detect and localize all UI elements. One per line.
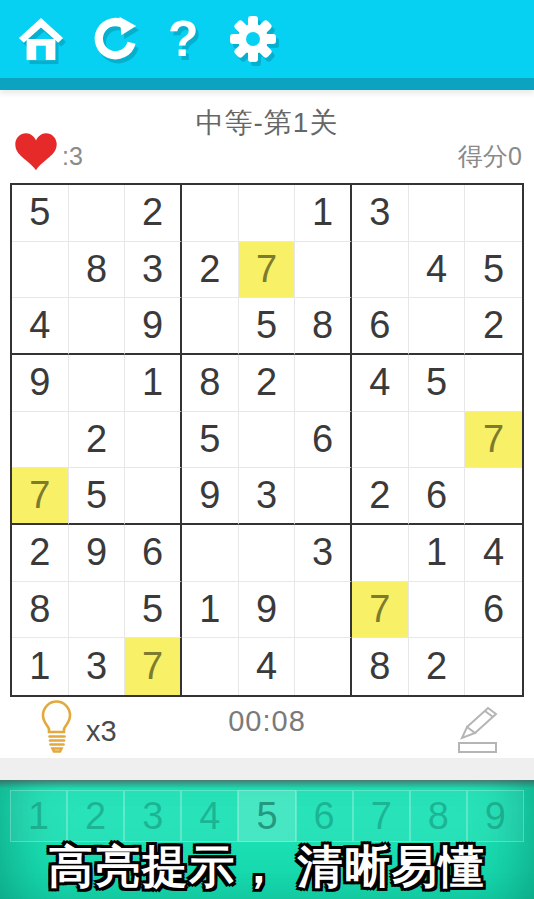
cell-r5c4[interactable]: 5 — [182, 412, 239, 469]
cell-r3c6[interactable]: 8 — [295, 298, 352, 355]
app-screen: ? 中等-第1关 :3 得分0 — [0, 0, 534, 899]
cell-r6c3[interactable] — [125, 468, 182, 525]
cell-r5c3[interactable] — [125, 412, 182, 469]
toolbar-bottom-strip — [0, 78, 534, 90]
cell-r7c8[interactable]: 1 — [409, 525, 466, 582]
cell-r9c7[interactable]: 8 — [352, 638, 409, 695]
cell-r2c4[interactable]: 2 — [182, 242, 239, 299]
cell-r1c9[interactable] — [465, 185, 522, 242]
numpad-8: 8 — [410, 790, 467, 842]
cell-r6c4[interactable]: 9 — [182, 468, 239, 525]
numpad-7: 7 — [353, 790, 410, 842]
footer-gap — [0, 758, 534, 780]
cell-r2c2[interactable]: 8 — [69, 242, 126, 299]
cell-r8c3[interactable]: 5 — [125, 582, 182, 639]
cell-r4c8[interactable]: 5 — [409, 355, 466, 412]
cell-r4c4[interactable]: 8 — [182, 355, 239, 412]
cell-r4c9[interactable] — [465, 355, 522, 412]
heart-icon — [14, 132, 58, 172]
cell-r3c9[interactable]: 2 — [465, 298, 522, 355]
pencil-icon — [452, 701, 502, 755]
cell-r3c8[interactable] — [409, 298, 466, 355]
cell-r3c4[interactable] — [182, 298, 239, 355]
cell-r5c9[interactable]: 7 — [465, 412, 522, 469]
cell-r6c6[interactable] — [295, 468, 352, 525]
home-button[interactable] — [18, 16, 64, 62]
cell-r4c3[interactable]: 1 — [125, 355, 182, 412]
cell-r7c7[interactable] — [352, 525, 409, 582]
cell-r5c5[interactable] — [239, 412, 296, 469]
home-icon — [18, 16, 64, 62]
cell-r3c2[interactable] — [69, 298, 126, 355]
cell-r9c4[interactable] — [182, 638, 239, 695]
cell-r9c8[interactable]: 2 — [409, 638, 466, 695]
cell-r9c3[interactable]: 7 — [125, 638, 182, 695]
cell-r8c4[interactable]: 1 — [182, 582, 239, 639]
cell-r1c3[interactable]: 2 — [125, 185, 182, 242]
cell-r6c5[interactable]: 3 — [239, 468, 296, 525]
gear-icon — [229, 15, 277, 63]
cell-r2c3[interactable]: 3 — [125, 242, 182, 299]
cell-r3c1[interactable]: 4 — [12, 298, 69, 355]
lives-count: :3 — [62, 142, 83, 171]
cell-r2c1[interactable] — [12, 242, 69, 299]
cell-r8c2[interactable] — [69, 582, 126, 639]
cell-r2c8[interactable]: 4 — [409, 242, 466, 299]
cell-r1c5[interactable] — [239, 185, 296, 242]
cell-r7c5[interactable] — [239, 525, 296, 582]
restart-icon — [90, 15, 138, 63]
cell-r9c6[interactable] — [295, 638, 352, 695]
cell-r1c7[interactable]: 3 — [352, 185, 409, 242]
cell-r1c1[interactable]: 5 — [12, 185, 69, 242]
cell-r7c9[interactable]: 4 — [465, 525, 522, 582]
cell-r5c8[interactable] — [409, 412, 466, 469]
help-button[interactable]: ? — [164, 14, 203, 64]
sudoku-board: 5213832745495862918245256775932629631485… — [10, 183, 524, 697]
score-label: 得分0 — [458, 140, 522, 173]
cell-r1c6[interactable]: 1 — [295, 185, 352, 242]
cell-r4c5[interactable]: 2 — [239, 355, 296, 412]
cell-r6c7[interactable]: 2 — [352, 468, 409, 525]
cell-r4c7[interactable]: 4 — [352, 355, 409, 412]
cell-r5c2[interactable]: 2 — [69, 412, 126, 469]
cell-r5c6[interactable]: 6 — [295, 412, 352, 469]
cell-r8c9[interactable]: 6 — [465, 582, 522, 639]
cell-r7c1[interactable]: 2 — [12, 525, 69, 582]
promo-banner: 123456789 高亮提示， 清晰易懂 — [0, 780, 534, 899]
cell-r1c2[interactable] — [69, 185, 126, 242]
cell-r3c5[interactable]: 5 — [239, 298, 296, 355]
cell-r2c7[interactable] — [352, 242, 409, 299]
cell-r6c9[interactable] — [465, 468, 522, 525]
numpad-1: 1 — [10, 790, 67, 842]
cell-r8c1[interactable]: 8 — [12, 582, 69, 639]
banner-caption: 高亮提示， 清晰易懂 — [0, 837, 534, 897]
numpad-2: 2 — [67, 790, 124, 842]
bottom-toolbar: x3 00:08 — [0, 697, 534, 758]
numpad-3: 3 — [124, 790, 181, 842]
cell-r7c4[interactable] — [182, 525, 239, 582]
cell-r7c6[interactable]: 3 — [295, 525, 352, 582]
cell-r2c9[interactable]: 5 — [465, 242, 522, 299]
numpad-4: 4 — [181, 790, 238, 842]
cell-r2c5[interactable]: 7 — [239, 242, 296, 299]
number-pad: 123456789 — [10, 790, 524, 842]
cell-r4c6[interactable] — [295, 355, 352, 412]
cell-r1c4[interactable] — [182, 185, 239, 242]
top-toolbar: ? — [0, 0, 534, 90]
cell-r8c5[interactable]: 9 — [239, 582, 296, 639]
numpad-6: 6 — [296, 790, 353, 842]
cell-r4c1[interactable]: 9 — [12, 355, 69, 412]
cell-r6c2[interactable]: 5 — [69, 468, 126, 525]
cell-r4c2[interactable] — [69, 355, 126, 412]
cell-r7c2[interactable]: 9 — [69, 525, 126, 582]
cell-r7c3[interactable]: 6 — [125, 525, 182, 582]
cell-r3c3[interactable]: 9 — [125, 298, 182, 355]
cell-r9c5[interactable]: 4 — [239, 638, 296, 695]
cell-r6c8[interactable]: 6 — [409, 468, 466, 525]
cell-r5c1[interactable] — [12, 412, 69, 469]
lives-indicator: :3 — [14, 132, 83, 172]
numpad-5: 5 — [238, 790, 295, 842]
cell-r6c1[interactable]: 7 — [12, 468, 69, 525]
restart-button[interactable] — [90, 15, 138, 63]
cell-r5c7[interactable] — [352, 412, 409, 469]
cell-r9c1[interactable]: 1 — [12, 638, 69, 695]
cell-r9c9[interactable] — [465, 638, 522, 695]
cell-r9c2[interactable]: 3 — [69, 638, 126, 695]
cell-r2c6[interactable] — [295, 242, 352, 299]
numpad-9: 9 — [467, 790, 524, 842]
pencil-button[interactable] — [452, 701, 502, 759]
settings-button[interactable] — [229, 15, 277, 63]
cell-r1c8[interactable] — [409, 185, 466, 242]
cell-r8c8[interactable] — [409, 582, 466, 639]
cell-r8c7[interactable]: 7 — [352, 582, 409, 639]
cell-r8c6[interactable] — [295, 582, 352, 639]
cell-r3c7[interactable]: 6 — [352, 298, 409, 355]
